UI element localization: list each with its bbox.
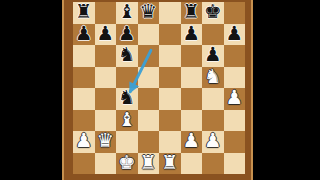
piece-white-pawn: ♟ bbox=[204, 130, 221, 152]
square-a1[interactable] bbox=[73, 153, 95, 175]
square-d5[interactable] bbox=[138, 67, 160, 89]
square-d6[interactable] bbox=[138, 45, 160, 67]
square-e4[interactable] bbox=[159, 88, 181, 110]
square-c6[interactable]: ♞ bbox=[116, 45, 138, 67]
square-b4[interactable] bbox=[95, 88, 117, 110]
square-b3[interactable] bbox=[95, 110, 117, 132]
letterbox-background: ♜♝♛♜♚♟♟♟♟♟♞♟♞♞♟♝♟♛♟♟♚♜♜ bbox=[0, 0, 320, 180]
square-c8[interactable]: ♝ bbox=[116, 2, 138, 24]
piece-black-pawn: ♟ bbox=[118, 23, 135, 45]
piece-white-pawn: ♟ bbox=[226, 87, 243, 109]
square-h8[interactable] bbox=[224, 2, 246, 24]
square-h6[interactable] bbox=[224, 45, 246, 67]
square-g3[interactable] bbox=[202, 110, 224, 132]
square-h1[interactable] bbox=[224, 153, 246, 175]
piece-black-rook: ♜ bbox=[183, 1, 200, 23]
square-d3[interactable] bbox=[138, 110, 160, 132]
square-f7[interactable]: ♟ bbox=[181, 24, 203, 46]
square-a7[interactable]: ♟ bbox=[73, 24, 95, 46]
square-g1[interactable] bbox=[202, 153, 224, 175]
square-h2[interactable] bbox=[224, 131, 246, 153]
piece-white-queen: ♛ bbox=[97, 130, 114, 152]
piece-white-bishop: ♝ bbox=[118, 109, 135, 131]
square-g6[interactable]: ♟ bbox=[202, 45, 224, 67]
square-d7[interactable] bbox=[138, 24, 160, 46]
square-b6[interactable] bbox=[95, 45, 117, 67]
square-c7[interactable]: ♟ bbox=[116, 24, 138, 46]
square-f8[interactable]: ♜ bbox=[181, 2, 203, 24]
square-f2[interactable]: ♟ bbox=[181, 131, 203, 153]
square-d2[interactable] bbox=[138, 131, 160, 153]
piece-black-knight: ♞ bbox=[118, 44, 135, 66]
square-f6[interactable] bbox=[181, 45, 203, 67]
square-h4[interactable]: ♟ bbox=[224, 88, 246, 110]
square-c2[interactable] bbox=[116, 131, 138, 153]
square-a5[interactable] bbox=[73, 67, 95, 89]
square-a2[interactable]: ♟ bbox=[73, 131, 95, 153]
square-f3[interactable] bbox=[181, 110, 203, 132]
square-a3[interactable] bbox=[73, 110, 95, 132]
square-e6[interactable] bbox=[159, 45, 181, 67]
square-a4[interactable] bbox=[73, 88, 95, 110]
square-c3[interactable]: ♝ bbox=[116, 110, 138, 132]
piece-black-queen: ♛ bbox=[140, 1, 157, 23]
square-e1[interactable]: ♜ bbox=[159, 153, 181, 175]
square-h5[interactable] bbox=[224, 67, 246, 89]
piece-black-rook: ♜ bbox=[75, 1, 92, 23]
square-e5[interactable] bbox=[159, 67, 181, 89]
piece-black-king: ♚ bbox=[204, 1, 221, 23]
square-d8[interactable]: ♛ bbox=[138, 2, 160, 24]
piece-white-knight: ♞ bbox=[204, 66, 221, 88]
square-b2[interactable]: ♛ bbox=[95, 131, 117, 153]
square-h7[interactable]: ♟ bbox=[224, 24, 246, 46]
square-c4[interactable]: ♞ bbox=[116, 88, 138, 110]
square-g4[interactable] bbox=[202, 88, 224, 110]
piece-black-knight: ♞ bbox=[118, 87, 135, 109]
square-c5[interactable] bbox=[116, 67, 138, 89]
piece-white-rook: ♜ bbox=[140, 152, 157, 174]
square-g8[interactable]: ♚ bbox=[202, 2, 224, 24]
piece-black-bishop: ♝ bbox=[118, 1, 135, 23]
piece-black-pawn: ♟ bbox=[97, 23, 114, 45]
square-b8[interactable] bbox=[95, 2, 117, 24]
square-g7[interactable] bbox=[202, 24, 224, 46]
square-g5[interactable]: ♞ bbox=[202, 67, 224, 89]
square-g2[interactable]: ♟ bbox=[202, 131, 224, 153]
square-b7[interactable]: ♟ bbox=[95, 24, 117, 46]
piece-black-pawn: ♟ bbox=[183, 23, 200, 45]
square-d4[interactable] bbox=[138, 88, 160, 110]
square-d1[interactable]: ♜ bbox=[138, 153, 160, 175]
piece-white-pawn: ♟ bbox=[183, 130, 200, 152]
square-c1[interactable]: ♚ bbox=[116, 153, 138, 175]
square-e2[interactable] bbox=[159, 131, 181, 153]
chess-board-frame: ♜♝♛♜♚♟♟♟♟♟♞♟♞♞♟♝♟♛♟♟♚♜♜ bbox=[62, 0, 253, 180]
piece-white-king: ♚ bbox=[118, 152, 135, 174]
square-f4[interactable] bbox=[181, 88, 203, 110]
square-b5[interactable] bbox=[95, 67, 117, 89]
piece-black-pawn: ♟ bbox=[75, 23, 92, 45]
square-f1[interactable] bbox=[181, 153, 203, 175]
square-e7[interactable] bbox=[159, 24, 181, 46]
piece-white-rook: ♜ bbox=[161, 152, 178, 174]
piece-white-pawn: ♟ bbox=[75, 130, 92, 152]
chess-board: ♜♝♛♜♚♟♟♟♟♟♞♟♞♞♟♝♟♛♟♟♚♜♜ bbox=[73, 2, 245, 174]
square-h3[interactable] bbox=[224, 110, 246, 132]
piece-black-pawn: ♟ bbox=[204, 44, 221, 66]
square-b1[interactable] bbox=[95, 153, 117, 175]
piece-black-pawn: ♟ bbox=[226, 23, 243, 45]
square-f5[interactable] bbox=[181, 67, 203, 89]
square-a8[interactable]: ♜ bbox=[73, 2, 95, 24]
square-e8[interactable] bbox=[159, 2, 181, 24]
square-a6[interactable] bbox=[73, 45, 95, 67]
square-e3[interactable] bbox=[159, 110, 181, 132]
